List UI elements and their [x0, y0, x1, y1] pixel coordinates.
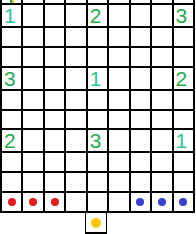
cell-r4c4[interactable]	[66, 68, 85, 89]
clue-number: 3	[174, 5, 188, 26]
cell-r9c2[interactable]	[23, 173, 42, 191]
cell-r3c4[interactable]	[66, 48, 85, 66]
cropped-cell	[131, 0, 150, 3]
cell-r6c3[interactable]	[45, 111, 64, 129]
cropped-cell	[152, 0, 171, 3]
cell-r4c1[interactable]: 3	[2, 68, 21, 89]
blue-ball[interactable]	[179, 198, 187, 206]
cell-r4c5[interactable]: 1	[88, 68, 107, 89]
cell-r4c6[interactable]	[109, 68, 128, 89]
cell-r9c8[interactable]	[152, 173, 171, 191]
ball-tray-cell[interactable]	[85, 213, 107, 234]
cell-r5c9[interactable]	[174, 91, 193, 109]
cell-r2c8[interactable]	[152, 28, 171, 46]
cell-r9c9[interactable]	[174, 173, 193, 191]
cell-r6c9[interactable]	[174, 111, 193, 129]
cell-r6c1[interactable]	[2, 111, 21, 129]
cell-r9c6[interactable]	[109, 173, 128, 191]
cell-r8c3[interactable]	[45, 153, 64, 171]
cell-r10c3[interactable]	[45, 193, 64, 211]
cell-r1c1[interactable]: 1	[2, 5, 21, 26]
cell-r5c8[interactable]	[152, 91, 171, 109]
cell-r3c8[interactable]	[152, 48, 171, 66]
cell-r5c1[interactable]	[2, 91, 21, 109]
clue-number: 2	[174, 68, 188, 89]
cell-r7c9[interactable]: 1	[174, 130, 193, 151]
blue-ball[interactable]	[158, 198, 166, 206]
clue-number: 1	[88, 68, 102, 89]
tray-row	[0, 213, 195, 234]
cell-r2c2[interactable]	[23, 28, 42, 46]
cell-r7c1[interactable]: 2	[2, 130, 21, 151]
cell-r1c9[interactable]: 3	[174, 5, 193, 26]
cell-r3c6[interactable]	[109, 48, 128, 66]
cell-r9c7[interactable]	[131, 173, 150, 191]
puzzle-board: 123312231	[0, 0, 195, 234]
cell-r4c2[interactable]	[23, 68, 42, 89]
cell-r2c6[interactable]	[109, 28, 128, 46]
cropped-cell	[66, 0, 85, 3]
red-ball[interactable]	[51, 198, 59, 206]
cell-r2c5[interactable]	[88, 28, 107, 46]
cropped-cell	[23, 0, 42, 3]
cell-r6c2[interactable]	[23, 111, 42, 129]
cell-r8c6[interactable]	[109, 153, 128, 171]
cell-r8c1[interactable]	[2, 153, 21, 171]
cell-r5c7[interactable]	[131, 91, 150, 109]
cell-r8c7[interactable]	[131, 153, 150, 171]
cell-r10c8[interactable]	[152, 193, 171, 211]
cell-r2c7[interactable]	[131, 28, 150, 46]
cropped-cell	[45, 0, 64, 3]
cell-r1c7[interactable]	[131, 5, 150, 26]
cell-r3c2[interactable]	[23, 48, 42, 66]
cell-r7c5[interactable]: 3	[88, 130, 107, 151]
clue-number: 3	[2, 68, 16, 89]
cropped-cell	[88, 0, 107, 3]
cell-r1c4[interactable]	[66, 5, 85, 26]
cell-r4c8[interactable]	[152, 68, 171, 89]
cell-r6c8[interactable]	[152, 111, 171, 129]
cell-r1c5[interactable]: 2	[88, 5, 107, 26]
cell-r4c3[interactable]	[45, 68, 64, 89]
cell-r5c2[interactable]	[23, 91, 42, 109]
cell-r2c1[interactable]	[2, 28, 21, 46]
cell-r9c4[interactable]	[66, 173, 85, 191]
cell-r3c5[interactable]	[88, 48, 107, 66]
cell-r7c7[interactable]	[131, 130, 150, 151]
blue-ball[interactable]	[136, 198, 144, 206]
cell-r6c5[interactable]	[88, 111, 107, 129]
clue-number: 2	[88, 5, 102, 26]
clue-number: 1	[174, 130, 188, 151]
cell-r10c5[interactable]	[88, 193, 107, 211]
red-ball[interactable]	[29, 198, 37, 206]
cropped-cell	[109, 0, 128, 3]
cell-r1c6[interactable]	[109, 5, 128, 26]
cropped-glyph-fragment	[10, 0, 14, 3]
cell-r8c5[interactable]	[88, 153, 107, 171]
cell-r5c6[interactable]	[109, 91, 128, 109]
red-ball[interactable]	[8, 198, 16, 206]
clue-number: 2	[2, 130, 16, 151]
cell-r4c9[interactable]: 2	[174, 68, 193, 89]
cell-r4c7[interactable]	[131, 68, 150, 89]
clue-number: 1	[2, 5, 16, 26]
cell-r5c3[interactable]	[45, 91, 64, 109]
cell-r2c9[interactable]	[174, 28, 193, 46]
cell-r7c6[interactable]	[109, 130, 128, 151]
cell-r2c4[interactable]	[66, 28, 85, 46]
cell-r6c4[interactable]	[66, 111, 85, 129]
cell-r8c2[interactable]	[23, 153, 42, 171]
cell-r8c4[interactable]	[66, 153, 85, 171]
cell-r3c3[interactable]	[45, 48, 64, 66]
cell-r3c1[interactable]	[2, 48, 21, 66]
cell-r10c1[interactable]	[2, 193, 21, 211]
cell-r8c8[interactable]	[152, 153, 171, 171]
cell-r3c9[interactable]	[174, 48, 193, 66]
cell-r7c2[interactable]	[23, 130, 42, 151]
cell-r1c3[interactable]	[45, 5, 64, 26]
cell-r7c8[interactable]	[152, 130, 171, 151]
cell-r10c6[interactable]	[109, 193, 128, 211]
clue-number: 3	[88, 130, 102, 151]
cell-r5c5[interactable]	[88, 91, 107, 109]
cell-r6c7[interactable]	[131, 111, 150, 129]
cell-r6c6[interactable]	[109, 111, 128, 129]
cell-r9c3[interactable]	[45, 173, 64, 191]
cell-r10c9[interactable]	[174, 193, 193, 211]
cell-r9c1[interactable]	[2, 173, 21, 191]
cell-r1c8[interactable]	[152, 5, 171, 26]
cell-r5c4[interactable]	[66, 91, 85, 109]
cell-r7c3[interactable]	[45, 130, 64, 151]
cell-r10c4[interactable]	[66, 193, 85, 211]
cell-r2c3[interactable]	[45, 28, 64, 46]
main-grid: 123312231	[0, 3, 195, 213]
cell-r10c7[interactable]	[131, 193, 150, 211]
cropped-top-row	[0, 0, 195, 3]
cropped-cell	[174, 0, 193, 3]
cell-r10c2[interactable]	[23, 193, 42, 211]
yellow-ball[interactable]	[91, 218, 101, 228]
cell-r3c7[interactable]	[131, 48, 150, 66]
cell-r1c2[interactable]	[23, 5, 42, 26]
cell-r8c9[interactable]	[174, 153, 193, 171]
cell-r7c4[interactable]	[66, 130, 85, 151]
cell-r9c5[interactable]	[88, 173, 107, 191]
